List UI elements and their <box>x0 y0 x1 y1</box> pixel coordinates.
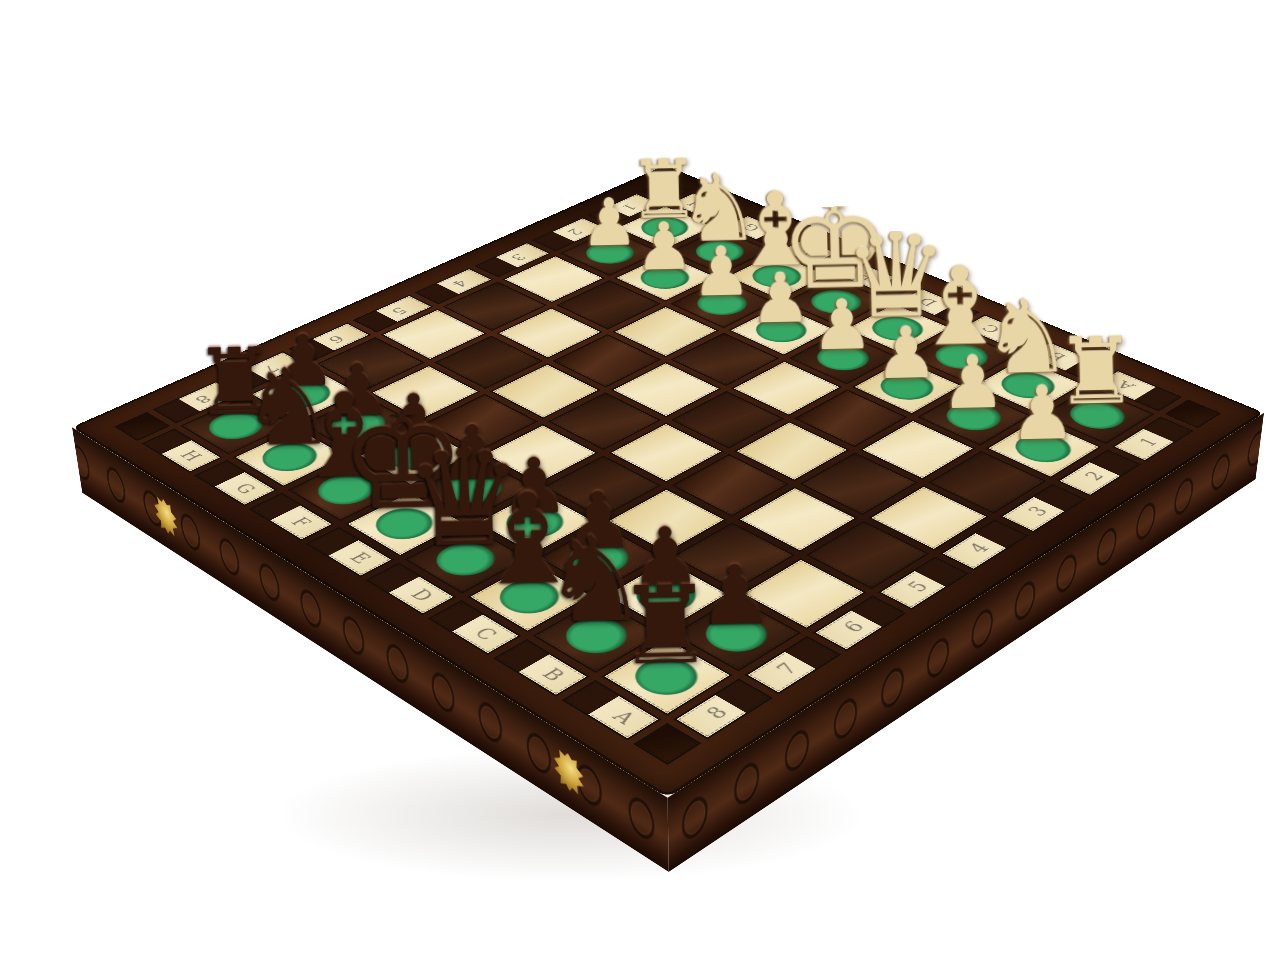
rank-label-6: 6 <box>839 618 870 635</box>
file-label-b: B <box>537 665 570 684</box>
rank-label-far-5: 5 <box>387 305 411 317</box>
coord-strip-cell: G <box>194 460 278 506</box>
rank-label-5: 5 <box>903 578 933 594</box>
coord-strip-cell: 4 <box>414 268 493 304</box>
brass-latch-1 <box>553 744 584 800</box>
rank-label-2: 2 <box>1080 468 1109 482</box>
file-label-e: E <box>345 550 376 567</box>
rank-label-1: 1 <box>1134 435 1162 449</box>
file-label-f: F <box>286 515 316 531</box>
piece-black-rook-a8[interactable]: ♜ <box>585 555 747 678</box>
rank-label-far-4: 4 <box>447 278 471 289</box>
scene: ABCDEFGH8♜♞♝♛♚♝♞♜87♟♟♟♟♟♟♟♟7665544332♟♟♟… <box>0 0 1280 960</box>
file-label-d: D <box>405 586 437 604</box>
file-label-h: H <box>176 448 207 464</box>
piece-white-pawn-a2[interactable]: ♟ <box>971 341 1113 449</box>
brass-latch-2 <box>153 492 180 540</box>
rank-label-far-3: 3 <box>506 252 529 263</box>
rank-label-4: 4 <box>965 540 995 556</box>
file-label-a: A <box>607 707 640 727</box>
coord-strip-cell: 1 <box>1112 417 1194 462</box>
rank-label-8: 8 <box>701 703 733 722</box>
file-label-c: C <box>470 625 502 644</box>
board-surface: ABCDEFGH8♜♞♝♛♚♝♞♜87♟♟♟♟♟♟♟♟7665544332♟♟♟… <box>72 165 1264 798</box>
square-a2[interactable]: ♟ <box>986 418 1102 478</box>
photo-canvas: ABCDEFGH8♜♞♝♛♚♝♞♜87♟♟♟♟♟♟♟♟7665544332♟♟♟… <box>0 0 1280 960</box>
rank-label-7: 7 <box>772 659 803 677</box>
rank-label-3: 3 <box>1023 503 1052 518</box>
chessboard: ABCDEFGH8♜♞♝♛♚♝♞♜87♟♟♟♟♟♟♟♟7665544332♟♟♟… <box>72 165 1264 798</box>
file-label-g: G <box>230 481 261 497</box>
